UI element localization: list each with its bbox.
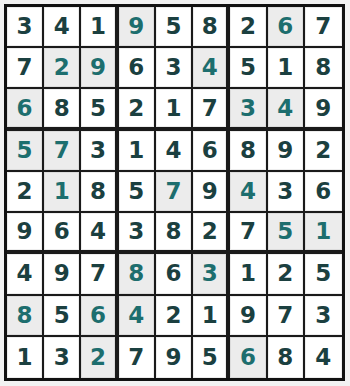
cell-r1c6[interactable]: 8 (193, 7, 230, 48)
cell-r9c8[interactable]: 8 (268, 337, 305, 378)
cell-r1c4[interactable]: 9 (119, 7, 156, 48)
cell-r8c2[interactable]: 5 (44, 296, 81, 337)
sudoku-board: 3419582677296345186852173495731468922185… (4, 4, 345, 381)
cell-r3c2[interactable]: 8 (44, 89, 81, 130)
cell-r6c8[interactable]: 5 (268, 213, 305, 254)
cell-r9c4[interactable]: 7 (119, 337, 156, 378)
cell-r8c8[interactable]: 7 (268, 296, 305, 337)
cell-r1c7[interactable]: 2 (230, 7, 267, 48)
cell-r6c6[interactable]: 2 (193, 213, 230, 254)
cell-r7c3[interactable]: 7 (81, 254, 118, 295)
cell-r9c2[interactable]: 3 (44, 337, 81, 378)
cell-r4c6[interactable]: 6 (193, 131, 230, 172)
cell-r3c5[interactable]: 1 (156, 89, 193, 130)
cell-r6c9[interactable]: 1 (305, 213, 342, 254)
cell-r1c1[interactable]: 3 (7, 7, 44, 48)
cell-r9c1[interactable]: 1 (7, 337, 44, 378)
cell-r3c8[interactable]: 4 (268, 89, 305, 130)
cell-r5c3[interactable]: 8 (81, 172, 118, 213)
cell-r7c4[interactable]: 8 (119, 254, 156, 295)
cell-r1c3[interactable]: 1 (81, 7, 118, 48)
cell-r6c1[interactable]: 9 (7, 213, 44, 254)
cell-r7c1[interactable]: 4 (7, 254, 44, 295)
cell-r4c4[interactable]: 1 (119, 131, 156, 172)
cell-r2c2[interactable]: 2 (44, 48, 81, 89)
cell-r8c1[interactable]: 8 (7, 296, 44, 337)
cell-r9c3[interactable]: 2 (81, 337, 118, 378)
cell-r5c6[interactable]: 9 (193, 172, 230, 213)
cell-r2c4[interactable]: 6 (119, 48, 156, 89)
cell-r1c2[interactable]: 4 (44, 7, 81, 48)
cell-r4c9[interactable]: 2 (305, 131, 342, 172)
cell-r7c7[interactable]: 1 (230, 254, 267, 295)
cell-r2c5[interactable]: 3 (156, 48, 193, 89)
cell-r8c5[interactable]: 2 (156, 296, 193, 337)
cell-r8c6[interactable]: 1 (193, 296, 230, 337)
cell-r2c7[interactable]: 5 (230, 48, 267, 89)
cell-r7c8[interactable]: 2 (268, 254, 305, 295)
cell-r4c7[interactable]: 8 (230, 131, 267, 172)
cell-r7c6[interactable]: 3 (193, 254, 230, 295)
cell-r3c7[interactable]: 3 (230, 89, 267, 130)
cell-r5c4[interactable]: 5 (119, 172, 156, 213)
cell-r6c5[interactable]: 8 (156, 213, 193, 254)
cell-r1c9[interactable]: 7 (305, 7, 342, 48)
cell-r4c1[interactable]: 5 (7, 131, 44, 172)
cell-r9c6[interactable]: 5 (193, 337, 230, 378)
cell-r6c3[interactable]: 4 (81, 213, 118, 254)
cell-r1c5[interactable]: 5 (156, 7, 193, 48)
cell-r5c9[interactable]: 6 (305, 172, 342, 213)
cell-r4c2[interactable]: 7 (44, 131, 81, 172)
cell-r1c8[interactable]: 6 (268, 7, 305, 48)
cell-r8c3[interactable]: 6 (81, 296, 118, 337)
cell-r8c7[interactable]: 9 (230, 296, 267, 337)
cell-r3c1[interactable]: 6 (7, 89, 44, 130)
cell-r8c4[interactable]: 4 (119, 296, 156, 337)
cell-r2c6[interactable]: 4 (193, 48, 230, 89)
cell-r6c4[interactable]: 3 (119, 213, 156, 254)
cell-r9c5[interactable]: 9 (156, 337, 193, 378)
cell-r7c2[interactable]: 9 (44, 254, 81, 295)
cell-r7c5[interactable]: 6 (156, 254, 193, 295)
cell-r7c9[interactable]: 5 (305, 254, 342, 295)
cell-r3c4[interactable]: 2 (119, 89, 156, 130)
cell-r9c9[interactable]: 4 (305, 337, 342, 378)
cell-r8c9[interactable]: 3 (305, 296, 342, 337)
cell-r2c3[interactable]: 9 (81, 48, 118, 89)
cell-r5c1[interactable]: 2 (7, 172, 44, 213)
cell-r2c1[interactable]: 7 (7, 48, 44, 89)
cell-r3c3[interactable]: 5 (81, 89, 118, 130)
cell-r2c8[interactable]: 1 (268, 48, 305, 89)
cell-r5c8[interactable]: 3 (268, 172, 305, 213)
cell-r5c5[interactable]: 7 (156, 172, 193, 213)
cell-r9c7[interactable]: 6 (230, 337, 267, 378)
cell-r6c7[interactable]: 7 (230, 213, 267, 254)
cell-r5c2[interactable]: 1 (44, 172, 81, 213)
cell-r6c2[interactable]: 6 (44, 213, 81, 254)
cell-r2c9[interactable]: 8 (305, 48, 342, 89)
cell-r4c5[interactable]: 4 (156, 131, 193, 172)
cell-r3c9[interactable]: 9 (305, 89, 342, 130)
cell-r4c8[interactable]: 9 (268, 131, 305, 172)
cell-r4c3[interactable]: 3 (81, 131, 118, 172)
cell-r3c6[interactable]: 7 (193, 89, 230, 130)
page: 3419582677296345186852173495731468922185… (0, 0, 350, 386)
cell-r5c7[interactable]: 4 (230, 172, 267, 213)
